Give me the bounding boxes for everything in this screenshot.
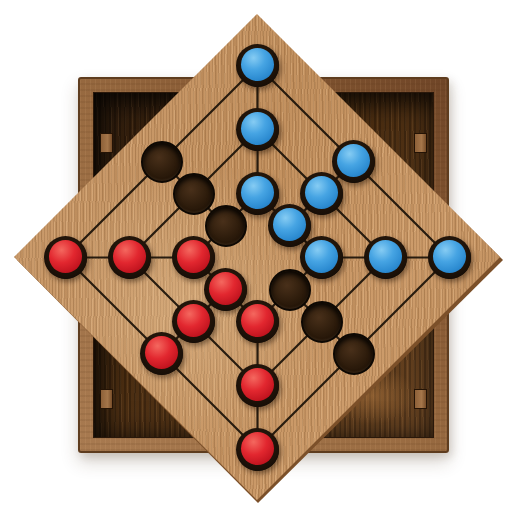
red-piece[interactable] [204,268,247,311]
point-middle-E[interactable] [365,237,407,279]
point-outer-SW[interactable] [141,333,183,375]
blue-piece[interactable] [364,236,407,279]
point-inner-NW[interactable] [205,205,247,247]
blue-piece[interactable] [236,44,279,87]
blue-piece[interactable] [236,108,279,151]
red-piece[interactable] [172,236,215,279]
point-outer-NE[interactable] [333,141,375,183]
red-piece[interactable] [108,236,151,279]
point-inner-W[interactable] [173,237,215,279]
point-outer-NW[interactable] [141,141,183,183]
point-outer-SE[interactable] [333,333,375,375]
point-middle-N[interactable] [237,109,279,151]
point-middle-SW[interactable] [173,301,215,343]
blue-piece[interactable] [268,204,311,247]
point-middle-S[interactable] [237,365,279,407]
point-outer-E[interactable] [429,237,471,279]
blue-piece[interactable] [428,236,471,279]
blue-piece[interactable] [300,172,343,215]
point-inner-SE[interactable] [269,269,311,311]
blue-piece[interactable] [236,172,279,215]
board-points [0,0,520,520]
blue-piece[interactable] [332,140,375,183]
point-inner-NE[interactable] [269,205,311,247]
red-piece[interactable] [236,300,279,343]
point-outer-W[interactable] [45,237,87,279]
point-middle-NW[interactable] [173,173,215,215]
red-piece[interactable] [44,236,87,279]
point-outer-S[interactable] [237,429,279,471]
red-piece[interactable] [140,332,183,375]
point-inner-S[interactable] [237,301,279,343]
point-middle-W[interactable] [109,237,151,279]
red-piece[interactable] [236,364,279,407]
point-inner-SW[interactable] [205,269,247,311]
point-middle-SE[interactable] [301,301,343,343]
point-inner-N[interactable] [237,173,279,215]
point-outer-N[interactable] [237,45,279,87]
point-inner-E[interactable] [301,237,343,279]
point-middle-NE[interactable] [301,173,343,215]
blue-piece[interactable] [300,236,343,279]
red-piece[interactable] [236,428,279,471]
red-piece[interactable] [172,300,215,343]
product-photo-scene [0,0,520,520]
